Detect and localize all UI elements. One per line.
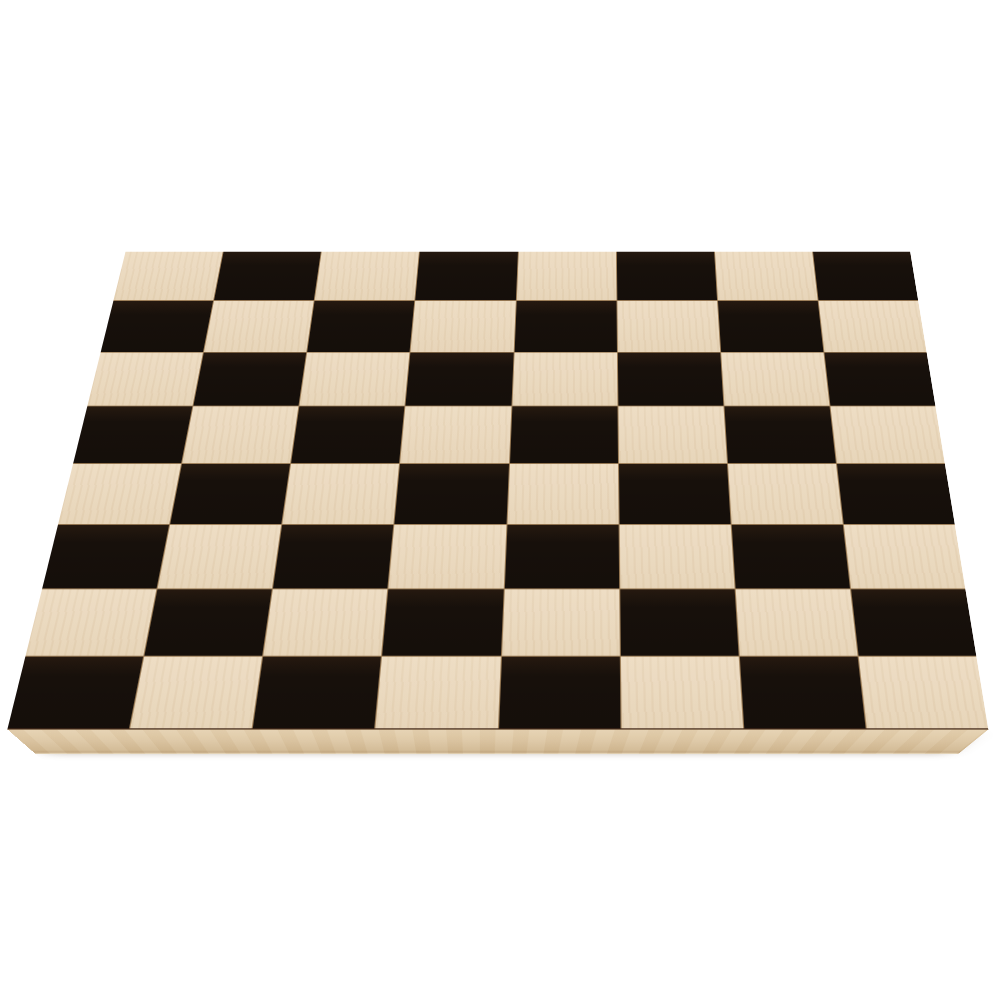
square-f6[interactable] xyxy=(618,352,724,406)
square-c4[interactable] xyxy=(283,464,400,524)
square-a5[interactable] xyxy=(73,407,192,464)
square-d2[interactable] xyxy=(382,589,503,656)
square-c2[interactable] xyxy=(263,589,387,656)
square-b5[interactable] xyxy=(182,407,298,464)
square-d8[interactable] xyxy=(416,252,518,300)
square-b8[interactable] xyxy=(214,252,321,300)
square-c3[interactable] xyxy=(273,525,393,588)
square-h7[interactable] xyxy=(818,301,926,352)
square-c7[interactable] xyxy=(308,301,415,352)
square-g3[interactable] xyxy=(731,525,849,588)
square-d1[interactable] xyxy=(376,657,501,728)
square-b1[interactable] xyxy=(130,657,262,728)
board-scene xyxy=(62,193,957,735)
square-e4[interactable] xyxy=(507,464,618,524)
square-a2[interactable] xyxy=(25,589,156,656)
square-e8[interactable] xyxy=(516,252,616,300)
square-f1[interactable] xyxy=(621,657,743,728)
photo-background xyxy=(0,0,1000,1000)
square-c1[interactable] xyxy=(253,657,381,728)
square-e1[interactable] xyxy=(498,657,620,728)
square-h2[interactable] xyxy=(851,589,976,656)
square-d6[interactable] xyxy=(406,352,513,406)
square-b7[interactable] xyxy=(204,301,314,352)
square-a7[interactable] xyxy=(101,301,213,352)
square-h6[interactable] xyxy=(824,352,935,406)
square-f8[interactable] xyxy=(617,252,717,300)
square-e7[interactable] xyxy=(514,301,616,352)
square-d5[interactable] xyxy=(400,407,510,464)
square-a6[interactable] xyxy=(87,352,203,406)
square-g2[interactable] xyxy=(735,589,857,656)
board-front-edge xyxy=(7,729,988,754)
square-f5[interactable] xyxy=(618,407,727,464)
square-b4[interactable] xyxy=(170,464,290,524)
square-h1[interactable] xyxy=(859,657,989,728)
square-a3[interactable] xyxy=(42,525,169,588)
square-c5[interactable] xyxy=(291,407,404,464)
square-h8[interactable] xyxy=(813,252,918,300)
square-f3[interactable] xyxy=(619,525,734,588)
square-b6[interactable] xyxy=(194,352,307,406)
square-g6[interactable] xyxy=(721,352,829,406)
square-g8[interactable] xyxy=(715,252,818,300)
square-a4[interactable] xyxy=(58,464,181,524)
square-g1[interactable] xyxy=(740,657,866,728)
square-f7[interactable] xyxy=(617,301,720,352)
square-d3[interactable] xyxy=(389,525,506,588)
square-e5[interactable] xyxy=(510,407,618,464)
square-c6[interactable] xyxy=(300,352,410,406)
square-d7[interactable] xyxy=(411,301,516,352)
square-e3[interactable] xyxy=(504,525,618,588)
square-b3[interactable] xyxy=(158,525,282,588)
square-h5[interactable] xyxy=(830,407,944,464)
board-perspective-wrapper xyxy=(0,0,1000,1000)
chessboard-grid xyxy=(7,252,988,730)
square-a1[interactable] xyxy=(8,657,144,728)
square-h4[interactable] xyxy=(837,464,955,524)
chessboard xyxy=(7,252,988,730)
square-f2[interactable] xyxy=(620,589,739,656)
square-g7[interactable] xyxy=(718,301,823,352)
square-g4[interactable] xyxy=(728,464,843,524)
square-d4[interactable] xyxy=(395,464,509,524)
square-f4[interactable] xyxy=(619,464,731,524)
square-h3[interactable] xyxy=(844,525,966,588)
square-g5[interactable] xyxy=(724,407,836,464)
square-e6[interactable] xyxy=(512,352,617,406)
square-b2[interactable] xyxy=(144,589,272,656)
square-e2[interactable] xyxy=(501,589,619,656)
square-c8[interactable] xyxy=(315,252,419,300)
square-a8[interactable] xyxy=(114,252,223,300)
